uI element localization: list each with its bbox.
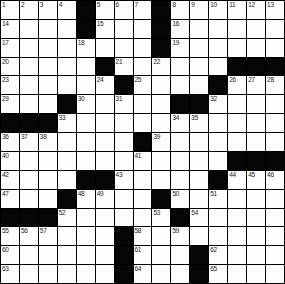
cell-r14c1[interactable]: 60 [1, 246, 19, 264]
block-r13c7 [115, 227, 133, 245]
cell-r13c1[interactable]: 55 [1, 227, 19, 245]
cell-r2c12[interactable] [209, 20, 227, 38]
block-r1c9 [152, 1, 170, 19]
cell-r3c3[interactable] [39, 39, 57, 57]
clue-number-21: 21 [116, 58, 123, 65]
cell-r8c2[interactable]: 37 [20, 133, 38, 151]
cell-r1c6[interactable]: 5 [96, 1, 114, 19]
cell-r5c14[interactable]: 27 [247, 76, 265, 94]
cell-r1c15[interactable]: 13 [266, 1, 284, 19]
cell-r10c10[interactable] [171, 171, 189, 189]
clue-number-41: 41 [135, 152, 142, 159]
clue-number-49: 49 [97, 190, 104, 197]
block-r12c1 [1, 209, 19, 227]
cell-r13c15[interactable] [266, 227, 284, 245]
clue-number-36: 36 [2, 133, 9, 140]
cell-r1c1[interactable]: 1 [1, 1, 19, 19]
cell-r12c7[interactable] [115, 209, 133, 227]
block-r10c5 [77, 171, 95, 189]
clue-number-19: 19 [172, 39, 179, 46]
clue-number-53: 53 [153, 209, 160, 216]
cell-r11c3[interactable] [39, 190, 57, 208]
cell-r7c7[interactable] [115, 114, 133, 132]
cell-r2c13[interactable] [228, 20, 246, 38]
cell-r4c9[interactable]: 22 [152, 58, 170, 76]
clue-number-14: 14 [2, 20, 9, 27]
cell-r3c6[interactable] [96, 39, 114, 57]
clue-number-37: 37 [21, 133, 28, 140]
cell-r8c12[interactable] [209, 133, 227, 151]
cell-r14c6[interactable] [96, 246, 114, 264]
cell-r15c15[interactable] [266, 265, 284, 283]
block-r5c12 [209, 76, 227, 94]
block-r14c11 [190, 246, 208, 264]
clue-number-9: 9 [191, 1, 194, 8]
cell-r3c10[interactable]: 19 [171, 39, 189, 57]
cell-r13c6[interactable] [96, 227, 114, 245]
block-r7c1 [1, 114, 19, 132]
cell-r10c7[interactable]: 43 [115, 171, 133, 189]
cell-r2c3[interactable] [39, 20, 57, 38]
cell-r7c12[interactable] [209, 114, 227, 132]
clue-number-42: 42 [2, 171, 9, 178]
clue-number-62: 62 [210, 246, 217, 253]
cell-r13c12[interactable] [209, 227, 227, 245]
cell-r9c10[interactable] [171, 152, 189, 170]
cell-r2c15[interactable] [266, 20, 284, 38]
cell-r14c2[interactable] [20, 246, 38, 264]
cell-r5c1[interactable]: 23 [1, 76, 19, 94]
cell-r9c6[interactable] [96, 152, 114, 170]
cell-r4c4[interactable] [58, 58, 76, 76]
cell-r2c8[interactable] [134, 20, 152, 38]
cell-r12c5[interactable] [77, 209, 95, 227]
cell-r9c7[interactable] [115, 152, 133, 170]
cell-r3c8[interactable] [134, 39, 152, 57]
cell-r1c10[interactable]: 8 [171, 1, 189, 19]
clue-number-52: 52 [59, 209, 66, 216]
clue-number-65: 65 [210, 265, 217, 272]
clue-number-18: 18 [78, 39, 85, 46]
cell-r8c11[interactable] [190, 133, 208, 151]
cell-r9c5[interactable] [77, 152, 95, 170]
cell-r15c5[interactable] [77, 265, 95, 283]
cell-r2c1[interactable]: 14 [1, 20, 19, 38]
cell-r11c5[interactable]: 48 [77, 190, 95, 208]
cell-r2c2[interactable] [20, 20, 38, 38]
cell-r5c8[interactable]: 25 [134, 76, 152, 94]
cell-r14c8[interactable]: 61 [134, 246, 152, 264]
cell-r12c6[interactable] [96, 209, 114, 227]
cell-r13c14[interactable] [247, 227, 265, 245]
block-r9c15 [266, 152, 284, 170]
cell-r4c1[interactable]: 20 [1, 58, 19, 76]
clue-number-45: 45 [248, 171, 255, 178]
cell-r12c14[interactable] [247, 209, 265, 227]
block-r11c9 [152, 190, 170, 208]
cell-r11c14[interactable] [247, 190, 265, 208]
cell-r15c4[interactable] [58, 265, 76, 283]
clue-number-6: 6 [116, 1, 119, 8]
cell-r2c6[interactable]: 15 [96, 20, 114, 38]
cell-r12c4[interactable]: 52 [58, 209, 76, 227]
clue-number-32: 32 [210, 95, 217, 102]
cell-r12c8[interactable] [134, 209, 152, 227]
block-r7c2 [20, 114, 38, 132]
clue-number-64: 64 [135, 265, 142, 272]
clue-number-25: 25 [135, 76, 142, 83]
cell-r3c13[interactable] [228, 39, 246, 57]
clue-number-2: 2 [21, 1, 24, 8]
cell-r2c14[interactable] [247, 20, 265, 38]
clue-number-28: 28 [267, 76, 274, 83]
clue-number-39: 39 [153, 133, 160, 140]
cell-r6c6[interactable] [96, 95, 114, 113]
block-r5c7 [115, 76, 133, 94]
clue-number-31: 31 [116, 95, 123, 102]
cell-r10c11[interactable] [190, 171, 208, 189]
block-r1c5 [77, 1, 95, 19]
cell-r6c5[interactable]: 30 [77, 95, 95, 113]
cell-r3c5[interactable]: 18 [77, 39, 95, 57]
cell-r9c8[interactable]: 41 [134, 152, 152, 170]
block-r2c9 [152, 20, 170, 38]
cell-r5c2[interactable] [20, 76, 38, 94]
cell-r2c11[interactable] [190, 20, 208, 38]
clue-number-48: 48 [78, 190, 85, 197]
clue-number-51: 51 [210, 190, 217, 197]
cell-r12c13[interactable] [228, 209, 246, 227]
cell-r3c1[interactable]: 17 [1, 39, 19, 57]
cell-r7c4[interactable]: 33 [58, 114, 76, 132]
cell-r14c9[interactable] [152, 246, 170, 264]
clue-number-7: 7 [135, 1, 138, 8]
cell-r13c3[interactable]: 57 [39, 227, 57, 245]
cell-r5c3[interactable] [39, 76, 57, 94]
clue-number-20: 20 [2, 58, 9, 65]
clue-number-29: 29 [2, 95, 9, 102]
clue-number-38: 38 [40, 133, 47, 140]
clue-number-59: 59 [172, 227, 179, 234]
cell-r11c11[interactable] [190, 190, 208, 208]
cell-r11c1[interactable]: 47 [1, 190, 19, 208]
cell-r9c12[interactable] [209, 152, 227, 170]
cell-r10c9[interactable] [152, 171, 170, 189]
cell-r4c10[interactable] [171, 58, 189, 76]
clue-number-27: 27 [248, 76, 255, 83]
cell-r4c11[interactable] [190, 58, 208, 76]
cell-r9c1[interactable]: 40 [1, 152, 19, 170]
block-r10c6 [96, 171, 114, 189]
clue-number-55: 55 [2, 227, 9, 234]
cell-r11c13[interactable] [228, 190, 246, 208]
cell-r1c7[interactable]: 6 [115, 1, 133, 19]
cell-r11c8[interactable] [134, 190, 152, 208]
block-r7c3 [39, 114, 57, 132]
cell-r10c4[interactable] [58, 171, 76, 189]
cell-r15c12[interactable]: 65 [209, 265, 227, 283]
block-r11c4 [58, 190, 76, 208]
clue-number-56: 56 [21, 227, 28, 234]
clue-number-30: 30 [78, 95, 85, 102]
cell-r6c1[interactable]: 29 [1, 95, 19, 113]
clue-number-8: 8 [172, 1, 175, 8]
cell-r12c15[interactable] [266, 209, 284, 227]
block-r12c10 [171, 209, 189, 227]
cell-r4c12[interactable] [209, 58, 227, 76]
clue-number-16: 16 [172, 20, 179, 27]
clue-number-13: 13 [267, 1, 274, 8]
cell-r3c14[interactable] [247, 39, 265, 57]
clue-number-11: 11 [229, 1, 235, 8]
block-r15c11 [190, 265, 208, 283]
block-r2c5 [77, 20, 95, 38]
cell-r13c11[interactable] [190, 227, 208, 245]
cell-r3c2[interactable] [20, 39, 38, 57]
clue-number-47: 47 [2, 190, 9, 197]
cell-r5c5[interactable] [77, 76, 95, 94]
cell-r10c8[interactable] [134, 171, 152, 189]
cell-r15c3[interactable] [39, 265, 57, 283]
cell-r8c13[interactable] [228, 133, 246, 151]
block-r6c11 [190, 95, 208, 113]
cell-r5c4[interactable] [58, 76, 76, 94]
clue-number-4: 4 [59, 1, 62, 8]
cell-r13c13[interactable] [228, 227, 246, 245]
block-r9c13 [228, 152, 246, 170]
cell-r1c12[interactable]: 10 [209, 1, 227, 19]
clue-number-5: 5 [97, 1, 100, 8]
cell-r6c12[interactable]: 32 [209, 95, 227, 113]
cell-r1c4[interactable]: 4 [58, 1, 76, 19]
block-r4c6 [96, 58, 114, 76]
cell-r3c4[interactable] [58, 39, 76, 57]
clue-number-22: 22 [153, 58, 160, 65]
cell-r11c12[interactable]: 51 [209, 190, 227, 208]
clue-number-35: 35 [191, 114, 198, 121]
cell-r5c15[interactable]: 28 [266, 76, 284, 94]
clue-number-40: 40 [2, 152, 9, 159]
cell-r12c11[interactable]: 54 [190, 209, 208, 227]
cell-r15c9[interactable] [152, 265, 170, 283]
cell-r8c1[interactable]: 36 [1, 133, 19, 151]
cell-r7c5[interactable] [77, 114, 95, 132]
block-r6c10 [171, 95, 189, 113]
cell-r12c9[interactable]: 53 [152, 209, 170, 227]
cell-r8c4[interactable] [58, 133, 76, 151]
cell-r10c1[interactable]: 42 [1, 171, 19, 189]
cell-r14c12[interactable]: 62 [209, 246, 227, 264]
clue-number-10: 10 [210, 1, 217, 8]
cell-r6c14[interactable] [247, 95, 265, 113]
cell-r10c14[interactable]: 45 [247, 171, 265, 189]
clue-number-60: 60 [2, 246, 9, 253]
cell-r10c15[interactable]: 46 [266, 171, 284, 189]
cell-r6c7[interactable]: 31 [115, 95, 133, 113]
cell-r8c15[interactable] [266, 133, 284, 151]
cell-r5c11[interactable] [190, 76, 208, 94]
cell-r5c13[interactable]: 26 [228, 76, 246, 94]
cell-r1c11[interactable]: 9 [190, 1, 208, 19]
cell-r9c3[interactable] [39, 152, 57, 170]
cell-r1c8[interactable]: 7 [134, 1, 152, 19]
clue-number-61: 61 [135, 246, 142, 253]
cell-r9c4[interactable] [58, 152, 76, 170]
cell-r2c7[interactable] [115, 20, 133, 38]
cell-r15c13[interactable] [228, 265, 246, 283]
block-r4c13 [228, 58, 246, 76]
cell-r14c5[interactable] [77, 246, 95, 264]
block-r8c8 [134, 133, 152, 151]
cell-r4c7[interactable]: 21 [115, 58, 133, 76]
cell-r6c3[interactable] [39, 95, 57, 113]
cell-r9c2[interactable] [20, 152, 38, 170]
clue-number-17: 17 [2, 39, 9, 46]
cell-r7c8[interactable] [134, 114, 152, 132]
block-r6c4 [58, 95, 76, 113]
block-r10c12 [209, 171, 227, 189]
cell-r10c3[interactable] [39, 171, 57, 189]
cell-r12c12[interactable] [209, 209, 227, 227]
cell-r10c13[interactable]: 44 [228, 171, 246, 189]
cell-r4c5[interactable] [77, 58, 95, 76]
cell-r6c15[interactable] [266, 95, 284, 113]
cell-r2c4[interactable] [58, 20, 76, 38]
cell-r15c1[interactable]: 63 [1, 265, 19, 283]
cell-r14c13[interactable] [228, 246, 246, 264]
block-r15c7 [115, 265, 133, 283]
cell-r9c9[interactable] [152, 152, 170, 170]
cell-r7c13[interactable] [228, 114, 246, 132]
cell-r13c10[interactable]: 59 [171, 227, 189, 245]
cell-r13c2[interactable]: 56 [20, 227, 38, 245]
cell-r15c10[interactable] [171, 265, 189, 283]
cell-r5c9[interactable] [152, 76, 170, 94]
block-r3c9 [152, 39, 170, 57]
cell-r6c13[interactable] [228, 95, 246, 113]
cell-r8c14[interactable] [247, 133, 265, 151]
clue-number-15: 15 [97, 20, 104, 27]
cell-r1c2[interactable]: 2 [20, 1, 38, 19]
block-r4c15 [266, 58, 284, 76]
cell-r1c13[interactable]: 11 [228, 1, 246, 19]
clue-number-26: 26 [229, 76, 236, 83]
cell-r7c10[interactable]: 34 [171, 114, 189, 132]
clue-number-63: 63 [2, 265, 9, 272]
cell-r13c9[interactable] [152, 227, 170, 245]
cell-r11c10[interactable]: 50 [171, 190, 189, 208]
cell-r4c8[interactable] [134, 58, 152, 76]
cell-r7c15[interactable] [266, 114, 284, 132]
cell-r6c2[interactable] [20, 95, 38, 113]
cell-r9c11[interactable] [190, 152, 208, 170]
clue-number-34: 34 [172, 114, 179, 121]
cell-r14c10[interactable] [171, 246, 189, 264]
cell-r11c6[interactable]: 49 [96, 190, 114, 208]
cell-r14c4[interactable] [58, 246, 76, 264]
cell-r2c10[interactable]: 16 [171, 20, 189, 38]
cell-r1c14[interactable]: 12 [247, 1, 265, 19]
cell-r13c4[interactable] [58, 227, 76, 245]
cell-r8c7[interactable] [115, 133, 133, 151]
clue-number-44: 44 [229, 171, 236, 178]
cell-r3c7[interactable] [115, 39, 133, 57]
clue-number-46: 46 [267, 171, 274, 178]
clue-number-33: 33 [59, 114, 66, 121]
cell-r6c9[interactable] [152, 95, 170, 113]
cell-r7c14[interactable] [247, 114, 265, 132]
cell-r6c8[interactable] [134, 95, 152, 113]
cell-r10c2[interactable] [20, 171, 38, 189]
cell-r15c14[interactable] [247, 265, 265, 283]
cell-r13c5[interactable] [77, 227, 95, 245]
cell-r1c3[interactable]: 3 [39, 1, 57, 19]
crossword-grid: 1234567891011121314151617181920212223242… [0, 0, 285, 284]
clue-number-58: 58 [135, 227, 142, 234]
cell-r13c8[interactable]: 58 [134, 227, 152, 245]
cell-r15c2[interactable] [20, 265, 38, 283]
block-r12c2 [20, 209, 38, 227]
cell-r8c10[interactable] [171, 133, 189, 151]
cell-r7c9[interactable] [152, 114, 170, 132]
cell-r7c6[interactable] [96, 114, 114, 132]
cell-r5c6[interactable]: 24 [96, 76, 114, 94]
block-r14c7 [115, 246, 133, 264]
clue-number-50: 50 [172, 190, 179, 197]
cell-r11c2[interactable] [20, 190, 38, 208]
cell-r3c11[interactable] [190, 39, 208, 57]
cell-r11c15[interactable] [266, 190, 284, 208]
cell-r7c11[interactable]: 35 [190, 114, 208, 132]
clue-number-1: 1 [2, 1, 5, 8]
cell-r4c3[interactable] [39, 58, 57, 76]
clue-number-57: 57 [40, 227, 47, 234]
cell-r15c6[interactable] [96, 265, 114, 283]
cell-r14c15[interactable] [266, 246, 284, 264]
clue-number-24: 24 [97, 76, 104, 83]
clue-number-12: 12 [248, 1, 255, 8]
clue-number-23: 23 [2, 76, 9, 83]
block-r12c3 [39, 209, 57, 227]
cell-r8c3[interactable]: 38 [39, 133, 57, 151]
clue-number-43: 43 [116, 171, 123, 178]
cell-r5c10[interactable] [171, 76, 189, 94]
cell-r14c3[interactable] [39, 246, 57, 264]
cell-r8c9[interactable]: 39 [152, 133, 170, 151]
block-r9c14 [247, 152, 265, 170]
cell-r8c6[interactable] [96, 133, 114, 151]
cell-r15c8[interactable]: 64 [134, 265, 152, 283]
cell-r4c2[interactable] [20, 58, 38, 76]
block-r4c14 [247, 58, 265, 76]
cell-r3c15[interactable] [266, 39, 284, 57]
cell-r3c12[interactable] [209, 39, 227, 57]
cell-r8c5[interactable] [77, 133, 95, 151]
cell-r11c7[interactable] [115, 190, 133, 208]
cell-r14c14[interactable] [247, 246, 265, 264]
clue-number-3: 3 [40, 1, 43, 8]
clue-number-54: 54 [191, 209, 198, 216]
